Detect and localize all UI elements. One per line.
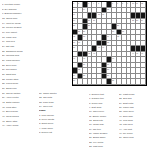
- cell-number: 37: [78, 41, 80, 43]
- cell-number: 46: [141, 52, 143, 54]
- cell-number: 7: [117, 2, 118, 4]
- clues-column-2: 51. Camp shelter52. Old cloth53. Train t…: [39, 91, 71, 134]
- cell-number: 56: [107, 74, 109, 76]
- cell-number: 47: [73, 57, 75, 59]
- cell-number: 21: [93, 19, 95, 21]
- cell-number: 38: [107, 41, 109, 43]
- cell-number: 45: [136, 52, 138, 54]
- cell-number: 40: [98, 46, 100, 48]
- cell-number: 53: [107, 68, 109, 70]
- grid-cell[interactable]: [141, 79, 146, 85]
- cell-number: 33: [83, 35, 85, 37]
- cell-number: 39: [73, 46, 75, 48]
- cell-number: 49: [112, 57, 114, 59]
- cell-number: 13: [73, 8, 75, 10]
- cell-number: 30: [112, 30, 114, 32]
- cell-number: 14: [83, 8, 85, 10]
- cell-number: 8: [122, 2, 123, 4]
- cell-number: 51: [107, 63, 109, 65]
- cell-number: 44: [132, 52, 134, 54]
- clue-line: 50. Open field: [119, 135, 148, 139]
- cell-number: 58: [112, 79, 114, 81]
- cell-number: 10: [132, 2, 134, 4]
- cell-number: 26: [88, 24, 90, 26]
- clue-line: 23. Fast pace: [89, 144, 116, 148]
- cell-number: 29: [83, 30, 85, 32]
- cell-number: 41: [102, 46, 104, 48]
- cell-number: 16: [73, 13, 75, 15]
- cell-number: 12: [141, 2, 143, 4]
- cell-number: 34: [107, 35, 109, 37]
- cell-number: 42: [88, 52, 90, 54]
- cell-number: 43: [93, 52, 95, 54]
- cell-number: 48: [83, 57, 85, 59]
- cell-number: 22: [132, 19, 134, 21]
- cell-number: 25: [73, 24, 75, 26]
- cell-number: 35: [117, 35, 119, 37]
- cell-number: 52: [78, 68, 80, 70]
- cell-number: 4: [93, 2, 94, 4]
- cell-number: 17: [98, 13, 100, 15]
- cell-number: 32: [73, 35, 75, 37]
- cell-number: 5: [98, 2, 99, 4]
- cell-number: 50: [83, 63, 85, 65]
- cell-number: 18: [102, 13, 104, 15]
- crossword-page: 1234567891011121314151617181920212223242…: [0, 0, 150, 150]
- crossword-grid: 1234567891011121314151617181920212223242…: [72, 1, 147, 86]
- cell-number: 11: [136, 2, 138, 4]
- cell-number: 36: [73, 41, 75, 43]
- cell-number: 55: [83, 74, 85, 76]
- cell-number: 15: [107, 8, 109, 10]
- cell-number: 1: [73, 2, 74, 4]
- cell-number: 28: [78, 30, 80, 32]
- cell-number: 3: [88, 2, 89, 4]
- cell-number: 20: [88, 19, 90, 21]
- cell-number: 19: [73, 19, 75, 21]
- cell-number: 54: [73, 74, 75, 76]
- cell-number: 2: [78, 2, 79, 4]
- clues-column-4: 29. Light beam32. Sea bird34. Dust cloth…: [119, 92, 148, 140]
- cell-number: 27: [117, 24, 119, 26]
- cell-number: 9: [127, 2, 128, 4]
- cell-number: 31: [122, 30, 124, 32]
- cell-number: 23: [136, 19, 138, 21]
- cell-number: 6: [112, 2, 113, 4]
- cell-number: 57: [73, 79, 75, 81]
- clue-line: 5. Dinner list: [39, 130, 71, 134]
- cell-number: 24: [141, 19, 143, 21]
- clues-column-3: 6. Spoken test7. Garden tool8. Quick loo…: [89, 92, 116, 148]
